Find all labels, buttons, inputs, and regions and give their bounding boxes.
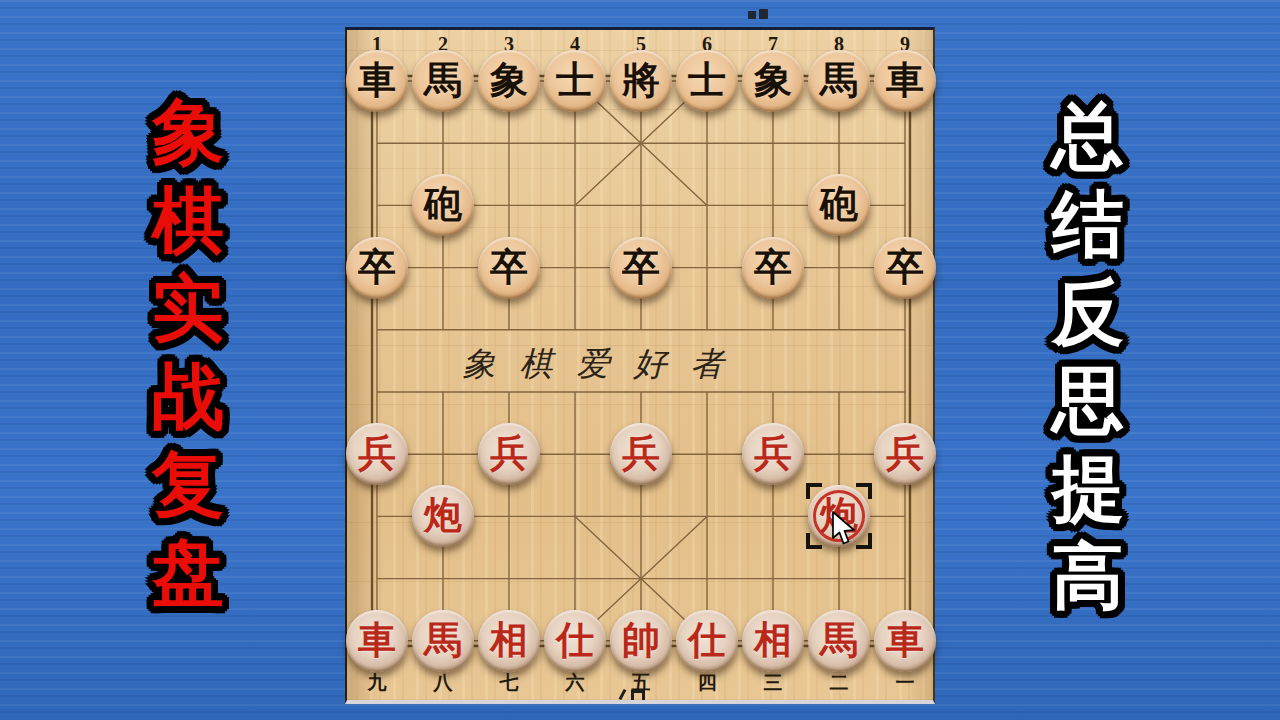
piece-glyph: 兵 [886,434,924,472]
piece-馬-red[interactable]: 馬 [412,610,474,672]
banner-char: 高 [1018,532,1158,620]
board-intersection: 相 [740,610,806,672]
piece-glyph: 車 [886,61,924,99]
xiangqi-board: 123456789 九八七六五四三二一 象棋爱好者 車馬象士將士象馬車砲砲卒卒卒… [345,27,935,704]
pieces-grid: 車馬象士將士象馬車砲砲卒卒卒卒卒兵兵兵兵兵炮炮車馬相仕帥仕相馬車 [344,50,938,673]
piece-兵-red[interactable]: 兵 [742,423,804,485]
board-intersection: 兵 [476,423,542,485]
left-title-banner: 象棋实战复盘 [118,88,258,616]
piece-兵-red[interactable]: 兵 [346,423,408,485]
piece-glyph: 車 [358,61,396,99]
banner-char: 战 [118,352,258,440]
piece-仕-red[interactable]: 仕 [676,610,738,672]
piece-仕-red[interactable]: 仕 [544,610,606,672]
board-intersection: 兵 [872,423,938,485]
piece-glyph: 卒 [886,248,924,286]
banner-char: 提 [1018,444,1158,532]
selection-corner [806,483,822,499]
piece-glyph: 兵 [490,434,528,472]
piece-士-black[interactable]: 士 [544,50,606,112]
video-overlay-artifact [759,9,768,19]
board-intersection: 兵 [608,423,674,485]
board-intersection: 車 [344,610,410,672]
piece-glyph: 馬 [424,621,462,659]
board-intersection: 車 [872,50,938,112]
board-intersection: 帥 [608,610,674,672]
board-intersection: 仕 [674,610,740,672]
board-intersection: 象 [476,50,542,112]
piece-glyph: 卒 [358,248,396,286]
piece-卒-black[interactable]: 卒 [610,237,672,299]
board-intersection: 相 [476,610,542,672]
right-title-banner: 总结反思提高 [1018,92,1158,620]
piece-馬-black[interactable]: 馬 [808,50,870,112]
banner-char: 反 [1018,268,1158,356]
piece-glyph: 象 [490,61,528,99]
board-intersection: 砲 [806,174,872,236]
mouse-cursor-icon [831,511,857,547]
board-intersection: 卒 [476,237,542,299]
banner-char: 复 [118,440,258,528]
page: { "game": "xiangqi", "banners": { "left"… [0,0,1280,720]
banner-char: 棋 [118,176,258,264]
board-intersection: 卒 [344,237,410,299]
piece-卒-black[interactable]: 卒 [742,237,804,299]
piece-glyph: 車 [358,621,396,659]
piece-馬-red[interactable]: 馬 [808,610,870,672]
piece-卒-black[interactable]: 卒 [478,237,540,299]
piece-glyph: 仕 [556,621,594,659]
board-intersection: 象 [740,50,806,112]
file-label: 六 [542,670,608,696]
board-intersection: 馬 [806,610,872,672]
board-intersection: 兵 [344,423,410,485]
piece-馬-black[interactable]: 馬 [412,50,474,112]
board-intersection: 兵 [740,423,806,485]
piece-象-black[interactable]: 象 [478,50,540,112]
piece-glyph: 馬 [820,61,858,99]
piece-glyph: 士 [688,61,726,99]
file-label: 一 [872,670,938,696]
piece-glyph: 仕 [688,621,726,659]
piece-砲-black[interactable]: 砲 [412,174,474,236]
selection-corner [856,533,872,549]
piece-glyph: 砲 [424,185,462,223]
board-intersection: 馬 [410,50,476,112]
piece-相-red[interactable]: 相 [742,610,804,672]
piece-車-black[interactable]: 車 [346,50,408,112]
piece-士-black[interactable]: 士 [676,50,738,112]
banner-char: 盘 [118,528,258,616]
file-label: 二 [806,670,872,696]
piece-glyph: 兵 [754,434,792,472]
piece-將-black[interactable]: 將 [610,50,672,112]
piece-象-black[interactable]: 象 [742,50,804,112]
board-intersection: 砲 [410,174,476,236]
file-label: 七 [476,670,542,696]
piece-glyph: 馬 [424,61,462,99]
video-overlay-artifact [631,690,645,700]
piece-車-red[interactable]: 車 [346,610,408,672]
board-intersection: 車 [872,610,938,672]
video-overlay-artifact [748,11,756,19]
piece-glyph: 卒 [490,248,528,286]
banner-char: 思 [1018,356,1158,444]
piece-glyph: 炮 [424,496,462,534]
board-intersection: 卒 [872,237,938,299]
piece-車-red[interactable]: 車 [874,610,936,672]
file-label: 八 [410,670,476,696]
file-label: 九 [344,670,410,696]
board-intersection: 士 [674,50,740,112]
piece-兵-red[interactable]: 兵 [874,423,936,485]
piece-glyph: 兵 [622,434,660,472]
board-intersection: 車 [344,50,410,112]
board-intersection: 卒 [740,237,806,299]
piece-glyph: 相 [754,621,792,659]
piece-兵-red[interactable]: 兵 [610,423,672,485]
piece-glyph: 士 [556,61,594,99]
file-label: 三 [740,670,806,696]
piece-兵-red[interactable]: 兵 [478,423,540,485]
board-intersection: 仕 [542,610,608,672]
board-intersection: 馬 [410,610,476,672]
banner-char: 结 [1018,180,1158,268]
piece-卒-black[interactable]: 卒 [346,237,408,299]
board-intersection: 馬 [806,50,872,112]
board-intersection: 卒 [608,237,674,299]
board-intersection: 炮 [410,485,476,547]
banner-char: 象 [118,88,258,176]
piece-glyph: 卒 [622,248,660,286]
board-intersection: 士 [542,50,608,112]
piece-glyph: 象 [754,61,792,99]
piece-glyph: 馬 [820,621,858,659]
piece-相-red[interactable]: 相 [478,610,540,672]
board-intersection: 將 [608,50,674,112]
piece-砲-black[interactable]: 砲 [808,174,870,236]
selection-corner [856,483,872,499]
piece-卒-black[interactable]: 卒 [874,237,936,299]
piece-帥-red[interactable]: 帥 [610,610,672,672]
piece-glyph: 將 [622,61,660,99]
piece-glyph: 帥 [622,621,660,659]
piece-glyph: 砲 [820,185,858,223]
banner-char: 总 [1018,92,1158,180]
selection-corner [806,533,822,549]
file-label: 四 [674,670,740,696]
piece-glyph: 兵 [358,434,396,472]
piece-炮-red[interactable]: 炮 [412,485,474,547]
piece-glyph: 卒 [754,248,792,286]
piece-glyph: 車 [886,621,924,659]
piece-glyph: 相 [490,621,528,659]
banner-char: 实 [118,264,258,352]
piece-車-black[interactable]: 車 [874,50,936,112]
